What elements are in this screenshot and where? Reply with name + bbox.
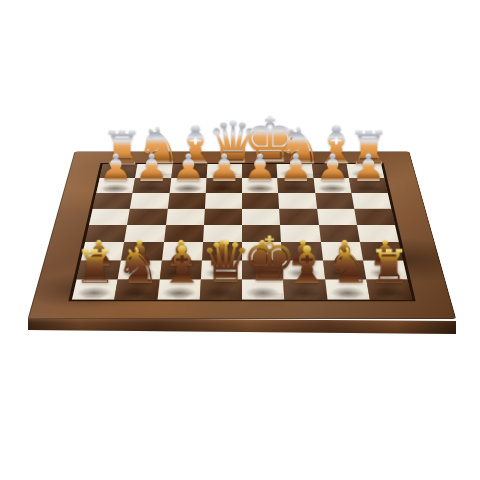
product-photo: Luxury chess set in starting position on… — [0, 0, 480, 480]
board-front-edge — [28, 317, 456, 334]
square-a1[interactable]: ♜♜ — [72, 279, 118, 299]
piece-gold-rook[interactable]: ♜ — [368, 244, 410, 290]
piece-gold-bishop[interactable]: ♝ — [284, 239, 326, 291]
piece-glyph: ♜ — [368, 244, 409, 290]
square-h1[interactable]: ♜♜ — [366, 279, 412, 299]
piece-glyph: ♝ — [284, 239, 330, 291]
piece-gold-bishop[interactable]: ♝ — [158, 239, 200, 291]
square-d1[interactable]: ♛♛ — [200, 279, 242, 299]
piece-reflection: ♜ — [69, 289, 116, 312]
piece-glyph: ♜ — [74, 244, 115, 290]
piece-reflection: ♞ — [326, 289, 372, 313]
square-b1[interactable]: ♞♞ — [115, 279, 160, 299]
square-c1[interactable]: ♝♝ — [157, 279, 201, 299]
square-e1[interactable]: ♚♚ — [242, 279, 284, 299]
square-g1[interactable]: ♞♞ — [325, 279, 370, 299]
piece-gold-rook[interactable]: ♜ — [74, 244, 116, 290]
chessboard: ♜♜♞♞♝♝♛♛♚♚♞♞♝♝♜♜♟♟♟♟♟♟♟♟♟♟♟♟♟♟♟♟♟♟♟♟♟♟♟♟… — [28, 152, 457, 319]
piece-gold-knight[interactable]: ♞ — [326, 241, 368, 290]
piece-reflection: ♜ — [368, 289, 415, 312]
square-f1[interactable]: ♝♝ — [283, 279, 327, 299]
piece-glyph: ♞ — [116, 241, 160, 290]
piece-reflection: ♞ — [112, 289, 158, 313]
piece-gold-king[interactable]: ♚ — [242, 229, 284, 290]
piece-glyph: ♞ — [326, 241, 370, 290]
piece-gold-knight[interactable]: ♞ — [116, 241, 158, 290]
piece-gold-queen[interactable]: ♛ — [200, 233, 242, 290]
piece-glyph: ♝ — [158, 239, 204, 291]
